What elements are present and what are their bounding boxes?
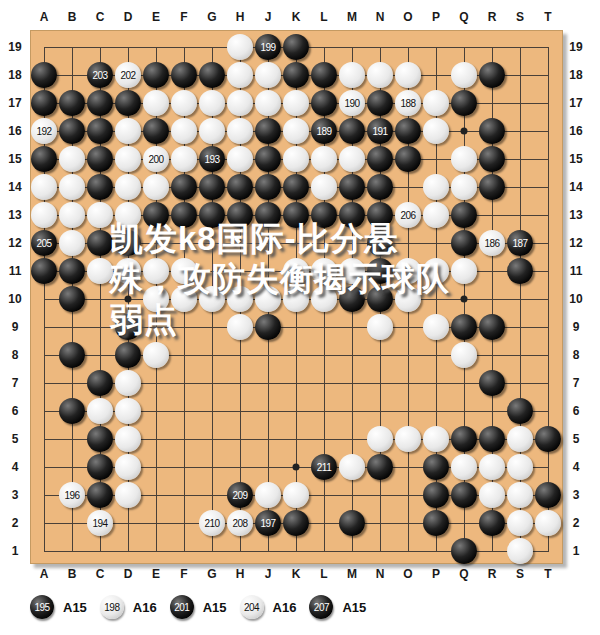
col-label-top-K: K [292,10,301,24]
stone-C3[interactable] [87,482,113,508]
stone-A13[interactable] [31,202,57,228]
stone-E15[interactable]: 200 [143,146,169,172]
stone-O18[interactable] [395,62,421,88]
stone-R18[interactable] [479,62,505,88]
stone-N14[interactable] [367,174,393,200]
col-label-bottom-O: O [403,567,412,581]
row-label-right-9: 9 [573,320,580,334]
stone-T5[interactable] [535,426,561,452]
stone-N18[interactable] [367,62,393,88]
stone-P2[interactable] [423,510,449,536]
stone-M15[interactable] [339,146,365,172]
stone-O5[interactable] [395,426,421,452]
stone-H16[interactable] [227,118,253,144]
stone-B6[interactable] [59,398,85,424]
col-label-bottom-S: S [516,567,524,581]
stone-B16[interactable] [59,118,85,144]
star-point-K4 [293,464,300,471]
stone-G17[interactable] [199,90,225,116]
caption-point-4: A15 [342,600,366,615]
row-label-right-14: 14 [569,180,582,194]
stone-R15[interactable] [479,146,505,172]
star-point-Q16 [461,128,468,135]
stone-J17[interactable] [255,90,281,116]
stone-Q18[interactable] [451,62,477,88]
col-label-top-R: R [488,10,497,24]
stone-M18[interactable] [339,62,365,88]
col-label-top-A: A [40,10,49,24]
stone-R4[interactable] [479,454,505,480]
stone-O17[interactable]: 188 [395,90,421,116]
stone-M2[interactable] [339,510,365,536]
stone-S11[interactable] [507,258,533,284]
stone-D3[interactable] [115,482,141,508]
stone-E17[interactable] [143,90,169,116]
stone-H14[interactable] [227,174,253,200]
row-label-left-1: 1 [12,544,19,558]
col-label-top-C: C [96,10,105,24]
row-label-left-11: 11 [9,264,22,278]
watermark-line-1: 凯发k8国际-比分悬 [110,219,474,259]
col-label-top-Q: Q [459,10,468,24]
stone-B15[interactable] [59,146,85,172]
stone-O15[interactable] [395,146,421,172]
stone-E8[interactable] [143,342,169,368]
stone-A16[interactable]: 192 [31,118,57,144]
col-label-top-G: G [207,10,216,24]
stone-C15[interactable] [87,146,113,172]
row-label-right-10: 10 [569,292,582,306]
stone-Q1[interactable] [451,538,477,564]
stone-L18[interactable] [311,62,337,88]
col-label-top-S: S [516,10,524,24]
stone-J14[interactable] [255,174,281,200]
col-label-bottom-P: P [432,567,440,581]
col-label-top-F: F [180,10,187,24]
row-label-right-12: 12 [569,236,582,250]
stone-R3[interactable] [479,482,505,508]
row-label-left-5: 5 [12,432,19,446]
col-label-bottom-E: E [152,567,160,581]
stone-J16[interactable] [255,118,281,144]
stone-A14[interactable] [31,174,57,200]
stone-B17[interactable] [59,90,85,116]
col-label-top-M: M [347,10,357,24]
stone-H15[interactable] [227,146,253,172]
caption-stone-207: 207 [309,595,333,619]
stone-D8[interactable] [115,342,141,368]
stone-P14[interactable] [423,174,449,200]
stone-K17[interactable] [283,90,309,116]
row-label-left-15: 15 [8,152,21,166]
stone-Q3[interactable] [451,482,477,508]
stone-B11[interactable] [59,258,85,284]
stone-C14[interactable] [87,174,113,200]
watermark-text: 凯发k8国际-比分悬 殊，攻防失衡揭示球队 弱点 [110,219,474,340]
stone-M4[interactable] [339,454,365,480]
watermark-line-3: 弱点 [110,300,474,340]
caption-stone-204: 204 [240,595,264,619]
stone-O16[interactable] [395,118,421,144]
stone-K15[interactable] [283,146,309,172]
row-label-right-3: 3 [573,488,580,502]
stone-N15[interactable] [367,146,393,172]
stone-N17[interactable] [367,90,393,116]
col-label-top-N: N [376,10,385,24]
stone-J2[interactable]: 197 [255,510,281,536]
col-label-bottom-T: T [544,567,551,581]
stone-K14[interactable] [283,174,309,200]
stone-B3[interactable]: 196 [59,482,85,508]
col-label-bottom-K: K [292,567,301,581]
stone-G16[interactable] [199,118,225,144]
stone-S1[interactable] [507,538,533,564]
stone-D18[interactable]: 202 [115,62,141,88]
col-label-bottom-F: F [180,567,187,581]
col-label-bottom-H: H [236,567,245,581]
stone-D6[interactable] [115,398,141,424]
stone-N16[interactable]: 191 [367,118,393,144]
stone-D17[interactable] [115,90,141,116]
stone-S12[interactable]: 187 [507,230,533,256]
stone-Q14[interactable] [451,174,477,200]
stone-Q15[interactable] [451,146,477,172]
stone-S4[interactable] [507,454,533,480]
stone-B13[interactable] [59,202,85,228]
stone-F18[interactable] [171,62,197,88]
stone-J19[interactable]: 199 [255,34,281,60]
caption-point-0: A15 [63,600,87,615]
col-label-bottom-A: A [40,567,49,581]
stone-B14[interactable] [59,174,85,200]
stone-K16[interactable] [283,118,309,144]
row-label-right-7: 7 [573,376,580,390]
stone-D15[interactable] [115,146,141,172]
stone-F16[interactable] [171,118,197,144]
stone-L15[interactable] [311,146,337,172]
caption-point-2: A15 [203,600,227,615]
stone-M16[interactable] [339,118,365,144]
col-label-bottom-B: B [68,567,77,581]
col-label-top-T: T [544,10,551,24]
stone-S3[interactable] [507,482,533,508]
col-label-top-H: H [236,10,245,24]
stone-G14[interactable] [199,174,225,200]
row-label-left-6: 6 [12,404,19,418]
stone-R9[interactable] [479,314,505,340]
stone-Q17[interactable] [451,90,477,116]
col-label-bottom-G: G [207,567,216,581]
stone-G2[interactable]: 210 [199,510,225,536]
stone-L16[interactable]: 189 [311,118,337,144]
stone-N4[interactable] [367,454,393,480]
row-label-left-13: 13 [8,208,21,222]
row-label-left-18: 18 [8,68,21,82]
stone-E16[interactable] [143,118,169,144]
stone-J15[interactable] [255,146,281,172]
stone-R7[interactable] [479,370,505,396]
stone-C5[interactable] [87,426,113,452]
caption-stone-195: 195 [30,595,54,619]
stone-Q5[interactable] [451,426,477,452]
col-label-bottom-Q: Q [459,567,468,581]
stone-P3[interactable] [423,482,449,508]
stone-D5[interactable] [115,426,141,452]
stone-S6[interactable] [507,398,533,424]
row-label-left-19: 19 [8,40,21,54]
stone-D4[interactable] [115,454,141,480]
stone-P4[interactable] [423,454,449,480]
caption-stone-198: 198 [100,595,124,619]
stone-G18[interactable] [199,62,225,88]
stone-K3[interactable] [283,482,309,508]
col-label-top-L: L [320,10,327,24]
stone-F14[interactable] [171,174,197,200]
stone-L4[interactable]: 211 [311,454,337,480]
stone-C16[interactable] [87,118,113,144]
stone-H2[interactable]: 208 [227,510,253,536]
row-label-left-10: 10 [8,292,21,306]
col-label-top-J: J [265,10,272,24]
stone-E18[interactable] [143,62,169,88]
stone-A17[interactable] [31,90,57,116]
row-label-left-16: 16 [8,124,21,138]
stone-A18[interactable] [31,62,57,88]
stone-C7[interactable] [87,370,113,396]
stone-P16[interactable] [423,118,449,144]
col-label-top-E: E [152,10,160,24]
stone-F17[interactable] [171,90,197,116]
grid-line [548,47,549,552]
stone-D16[interactable] [115,118,141,144]
caption-stone-201: 201 [170,595,194,619]
row-label-right-2: 2 [573,516,580,530]
move-caption: 195A15198A16201A15204A16207A15 [30,590,370,624]
stone-K2[interactable] [283,510,309,536]
stone-G15[interactable]: 193 [199,146,225,172]
col-label-top-P: P [432,10,440,24]
row-label-left-9: 9 [12,320,19,334]
stone-J18[interactable] [255,62,281,88]
stone-P17[interactable] [423,90,449,116]
stone-H17[interactable] [227,90,253,116]
col-label-bottom-M: M [347,567,357,581]
caption-point-1: A16 [133,600,157,615]
row-label-right-8: 8 [573,348,580,362]
row-label-left-4: 4 [12,460,19,474]
stone-C18[interactable]: 203 [87,62,113,88]
stone-H3[interactable]: 209 [227,482,253,508]
stone-R2[interactable] [479,510,505,536]
stone-Q8[interactable] [451,342,477,368]
row-label-right-16: 16 [569,124,582,138]
col-label-bottom-J: J [265,567,272,581]
stone-B12[interactable] [59,230,85,256]
col-label-top-D: D [124,10,133,24]
row-label-right-19: 19 [569,40,582,54]
stone-A11[interactable] [31,258,57,284]
stone-J3[interactable] [255,482,281,508]
stone-M17[interactable]: 190 [339,90,365,116]
stone-K18[interactable] [283,62,309,88]
row-label-right-5: 5 [573,432,580,446]
stone-L14[interactable] [311,174,337,200]
stone-S2[interactable] [507,510,533,536]
row-label-right-13: 13 [569,208,582,222]
stone-B8[interactable] [59,342,85,368]
stone-N5[interactable] [367,426,393,452]
stone-R12[interactable]: 186 [479,230,505,256]
stone-Q4[interactable] [451,454,477,480]
stone-D14[interactable] [115,174,141,200]
stone-C6[interactable] [87,398,113,424]
stone-F15[interactable] [171,146,197,172]
stone-C4[interactable] [87,454,113,480]
row-label-right-15: 15 [569,152,582,166]
stone-E14[interactable] [143,174,169,200]
row-label-left-12: 12 [8,236,21,250]
row-label-right-6: 6 [573,404,580,418]
stone-H19[interactable] [227,34,253,60]
stone-A15[interactable] [31,146,57,172]
row-label-left-14: 14 [8,180,21,194]
stone-M14[interactable] [339,174,365,200]
row-label-right-11: 11 [570,264,583,278]
caption-point-3: A16 [273,600,297,615]
row-label-right-1: 1 [573,544,580,558]
row-label-left-8: 8 [12,348,19,362]
row-label-right-18: 18 [569,68,582,82]
stone-B10[interactable] [59,286,85,312]
row-label-right-17: 17 [569,96,582,110]
col-label-bottom-C: C [96,567,105,581]
stone-K19[interactable] [283,34,309,60]
stone-R14[interactable] [479,174,505,200]
col-label-bottom-R: R [488,567,497,581]
row-label-left-17: 17 [8,96,21,110]
stone-S5[interactable] [507,426,533,452]
row-label-right-4: 4 [573,460,580,474]
stone-R5[interactable] [479,426,505,452]
watermark-line-2: 殊，攻防失衡揭示球队 [110,259,474,299]
stone-A12[interactable]: 205 [31,230,57,256]
stone-T3[interactable] [535,482,561,508]
stone-T2[interactable] [535,510,561,536]
row-label-left-7: 7 [12,376,19,390]
stone-P5[interactable] [423,426,449,452]
row-label-left-3: 3 [12,488,19,502]
col-label-bottom-N: N [376,567,385,581]
stone-D7[interactable] [115,370,141,396]
col-label-top-O: O [403,10,412,24]
go-diagram-page: AA1919BB1818CC1717DD1616EE1515FF1414GG13… [0,0,600,635]
stone-C17[interactable] [87,90,113,116]
stone-R16[interactable] [479,118,505,144]
col-label-bottom-D: D [124,567,133,581]
stone-L17[interactable] [311,90,337,116]
stone-H18[interactable] [227,62,253,88]
row-label-left-2: 2 [12,516,19,530]
stone-C2[interactable]: 194 [87,510,113,536]
col-label-bottom-L: L [320,567,327,581]
col-label-top-B: B [68,10,77,24]
